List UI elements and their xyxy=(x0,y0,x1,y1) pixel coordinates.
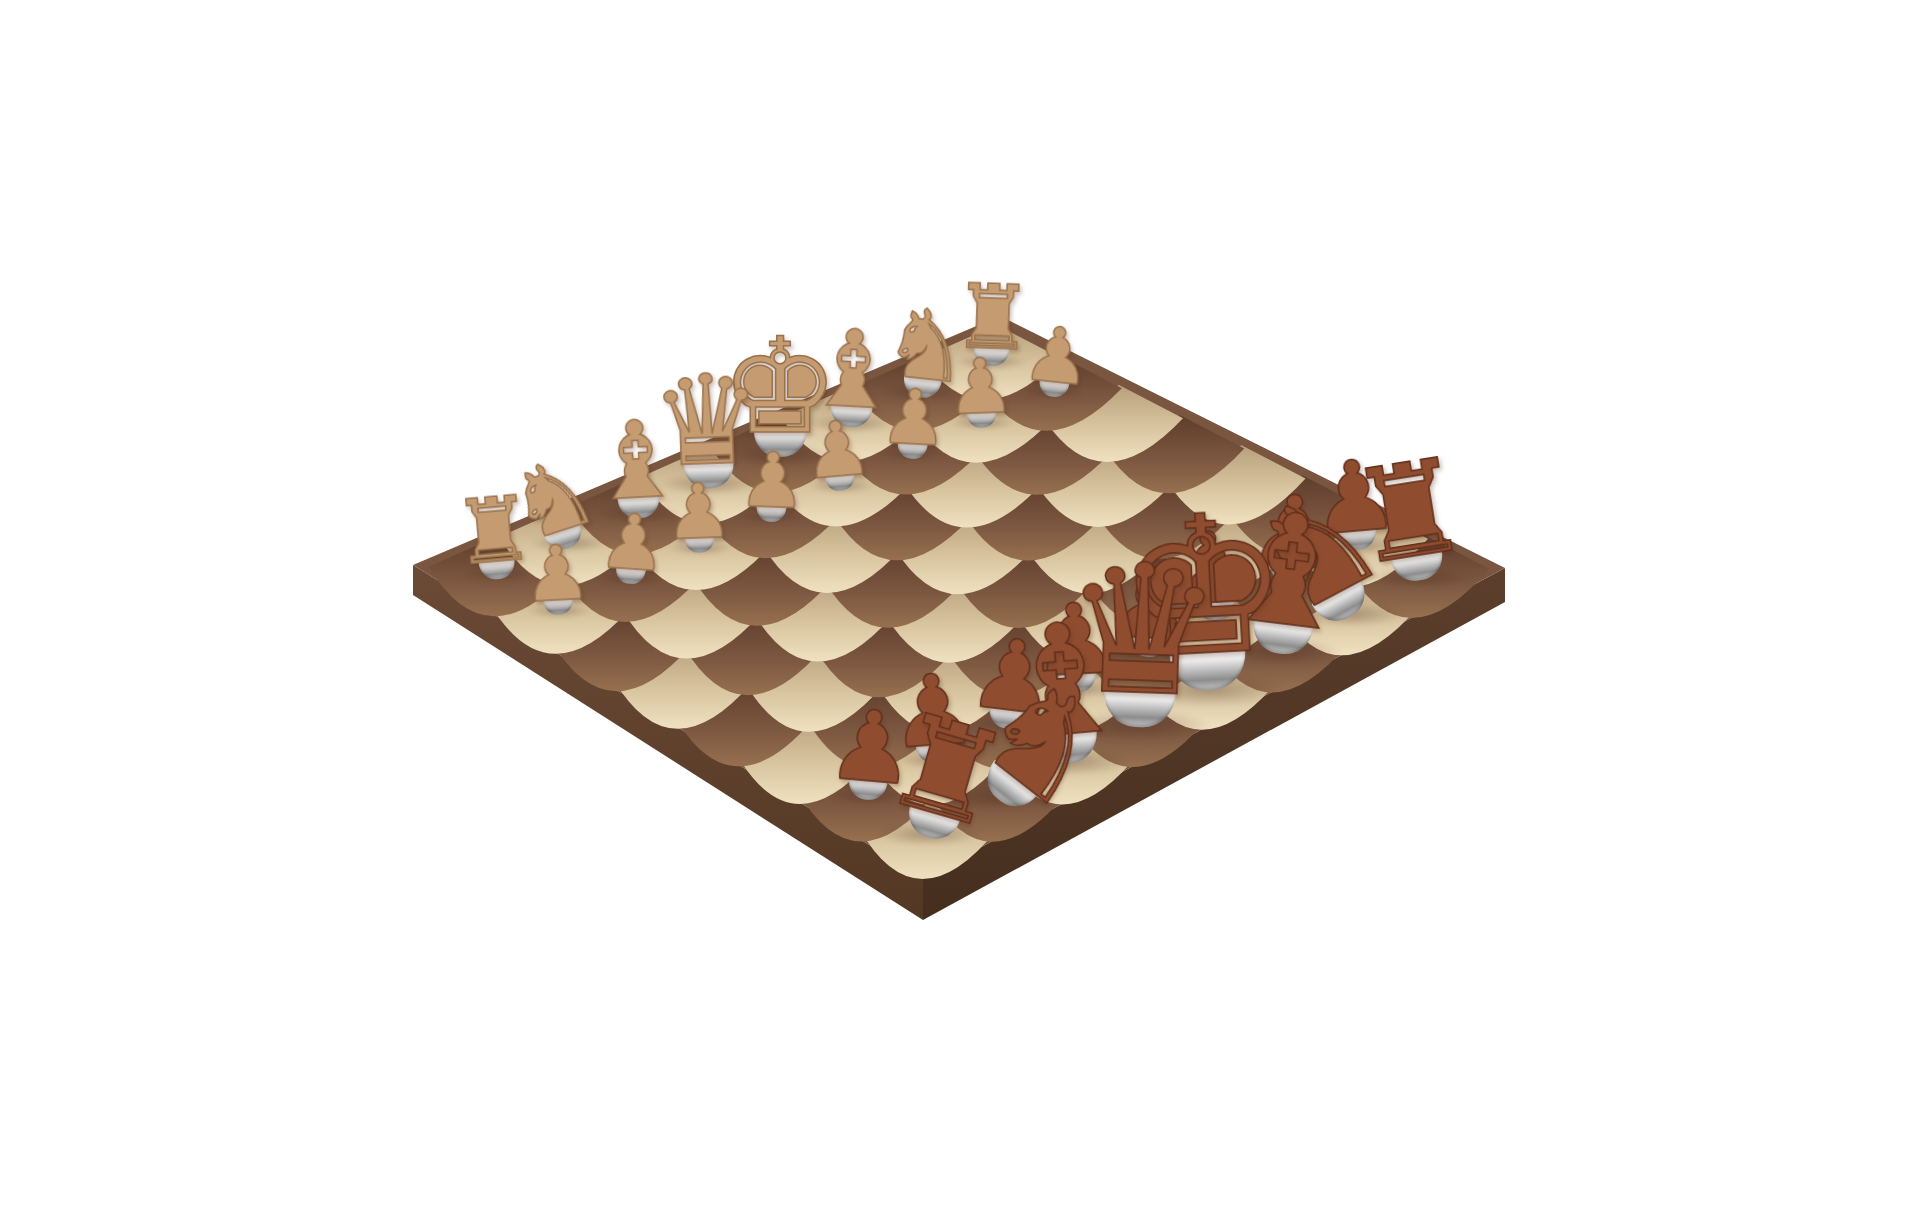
piece-white-pawn-a2[interactable]: ♟ xyxy=(521,541,593,617)
piece-white-pawn-c2[interactable]: ♟ xyxy=(663,480,734,555)
white-pawn-glyph: ♟ xyxy=(945,355,1015,420)
white-pawn-glyph: ♟ xyxy=(597,509,669,576)
piece-white-pawn-f2[interactable]: ♟ xyxy=(878,385,950,461)
white-pawn-glyph: ♟ xyxy=(801,416,874,484)
white-pawn-glyph: ♟ xyxy=(878,385,949,451)
white-pawn-glyph: ♟ xyxy=(737,449,807,514)
piece-white-pawn-g2[interactable]: ♟ xyxy=(945,355,1016,430)
white-pawn-glyph: ♟ xyxy=(663,480,733,545)
wobble-chess-product-photo: ♜♞♝♛♚♝♞♜♟♟♟♟♟♟♟♟♟♟♟♟♟♟♟♟♜♞♝♛♚♝♞♜ xyxy=(0,0,1920,1208)
white-pawn-glyph: ♟ xyxy=(521,541,592,607)
piece-white-pawn-h2[interactable]: ♟ xyxy=(1019,322,1094,401)
piece-white-pawn-e2[interactable]: ♟ xyxy=(801,416,875,494)
wobble-chessboard xyxy=(0,0,1920,1208)
piece-white-pawn-b2[interactable]: ♟ xyxy=(596,509,669,586)
white-pawn-glyph: ♟ xyxy=(1020,322,1094,391)
piece-white-pawn-d2[interactable]: ♟ xyxy=(737,449,808,524)
